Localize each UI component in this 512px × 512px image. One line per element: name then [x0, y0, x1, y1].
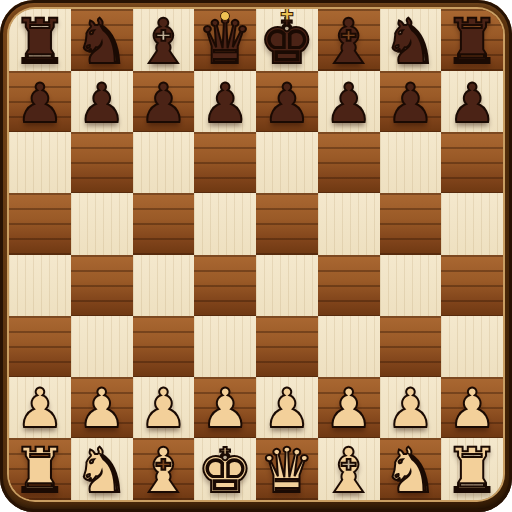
square-f8[interactable]: ♝	[318, 9, 380, 71]
square-f4[interactable]	[318, 255, 380, 316]
square-d5[interactable]	[194, 193, 256, 254]
square-c5[interactable]	[133, 193, 195, 254]
black-bishop[interactable]: ♝	[321, 11, 377, 73]
square-e5[interactable]	[256, 193, 318, 254]
square-f6[interactable]	[318, 132, 380, 193]
square-b6[interactable]	[71, 132, 133, 193]
square-a6[interactable]	[9, 132, 71, 193]
square-h1[interactable]: ♜	[441, 438, 503, 500]
square-f2[interactable]: ♟	[318, 377, 380, 438]
square-g8[interactable]: ♞	[380, 9, 442, 71]
square-g6[interactable]	[380, 132, 442, 193]
square-c6[interactable]	[133, 132, 195, 193]
black-bishop[interactable]: ♝	[136, 11, 192, 73]
black-queen[interactable]: ♛	[197, 11, 253, 73]
black-pawn[interactable]: ♟	[386, 77, 434, 131]
square-b1[interactable]: ♞	[71, 438, 133, 500]
square-a1[interactable]: ♜	[9, 438, 71, 500]
square-h7[interactable]: ♟	[441, 71, 503, 132]
white-pawn[interactable]: ♟	[263, 382, 311, 436]
square-a3[interactable]	[9, 316, 71, 377]
square-e1[interactable]: ♛	[256, 438, 318, 500]
black-pawn[interactable]: ♟	[324, 77, 372, 131]
square-e8[interactable]: ♚✚	[256, 9, 318, 71]
square-a2[interactable]: ♟	[9, 377, 71, 438]
square-f5[interactable]	[318, 193, 380, 254]
square-f7[interactable]: ♟	[318, 71, 380, 132]
white-bishop[interactable]: ♝	[321, 440, 377, 500]
square-c2[interactable]: ♟	[133, 377, 195, 438]
square-h4[interactable]	[441, 255, 503, 316]
square-e2[interactable]: ♟	[256, 377, 318, 438]
square-g4[interactable]	[380, 255, 442, 316]
black-knight[interactable]: ♞	[383, 11, 439, 73]
square-c3[interactable]	[133, 316, 195, 377]
white-king[interactable]: ♚	[197, 440, 253, 500]
black-knight[interactable]: ♞	[74, 11, 130, 73]
black-pawn[interactable]: ♟	[139, 77, 187, 131]
square-g7[interactable]: ♟	[380, 71, 442, 132]
chess-app-window: ♜♞♝♛♚✚♝♞♜♟♟♟♟♟♟♟♟♟♟♟♟♟♟♟♟♜♞♝♚♛♝♞♜	[0, 0, 512, 512]
black-pawn[interactable]: ♟	[201, 77, 249, 131]
square-g1[interactable]: ♞	[380, 438, 442, 500]
square-a8[interactable]: ♜	[9, 9, 71, 71]
square-e4[interactable]	[256, 255, 318, 316]
square-g3[interactable]	[380, 316, 442, 377]
white-knight[interactable]: ♞	[74, 440, 130, 500]
square-h3[interactable]	[441, 316, 503, 377]
square-a7[interactable]: ♟	[9, 71, 71, 132]
square-e6[interactable]	[256, 132, 318, 193]
white-knight[interactable]: ♞	[383, 440, 439, 500]
square-h8[interactable]: ♜	[441, 9, 503, 71]
square-d8[interactable]: ♛	[194, 9, 256, 71]
square-d7[interactable]: ♟	[194, 71, 256, 132]
black-rook[interactable]: ♜	[444, 11, 500, 73]
white-rook[interactable]: ♜	[444, 440, 500, 500]
square-b2[interactable]: ♟	[71, 377, 133, 438]
square-b7[interactable]: ♟	[71, 71, 133, 132]
square-c4[interactable]	[133, 255, 195, 316]
square-a5[interactable]	[9, 193, 71, 254]
square-f3[interactable]	[318, 316, 380, 377]
white-pawn[interactable]: ♟	[201, 382, 249, 436]
white-pawn[interactable]: ♟	[324, 382, 372, 436]
white-pawn[interactable]: ♟	[16, 382, 64, 436]
white-queen[interactable]: ♛	[259, 440, 315, 500]
square-h5[interactable]	[441, 193, 503, 254]
square-d2[interactable]: ♟	[194, 377, 256, 438]
square-e7[interactable]: ♟	[256, 71, 318, 132]
square-c8[interactable]: ♝	[133, 9, 195, 71]
square-f1[interactable]: ♝	[318, 438, 380, 500]
square-d6[interactable]	[194, 132, 256, 193]
square-h6[interactable]	[441, 132, 503, 193]
black-pawn[interactable]: ♟	[448, 77, 496, 131]
black-pawn[interactable]: ♟	[263, 77, 311, 131]
white-bishop[interactable]: ♝	[136, 440, 192, 500]
black-pawn[interactable]: ♟	[77, 77, 125, 131]
square-a4[interactable]	[9, 255, 71, 316]
square-g5[interactable]	[380, 193, 442, 254]
square-b5[interactable]	[71, 193, 133, 254]
square-b3[interactable]	[71, 316, 133, 377]
black-king[interactable]: ♚	[259, 11, 315, 73]
square-c7[interactable]: ♟	[133, 71, 195, 132]
square-d1[interactable]: ♚	[194, 438, 256, 500]
square-g2[interactable]: ♟	[380, 377, 442, 438]
square-b4[interactable]	[71, 255, 133, 316]
square-e3[interactable]	[256, 316, 318, 377]
square-c1[interactable]: ♝	[133, 438, 195, 500]
white-pawn[interactable]: ♟	[448, 382, 496, 436]
white-pawn[interactable]: ♟	[139, 382, 187, 436]
square-d3[interactable]	[194, 316, 256, 377]
square-b8[interactable]: ♞	[71, 9, 133, 71]
black-rook[interactable]: ♜	[12, 11, 68, 73]
square-d4[interactable]	[194, 255, 256, 316]
black-pawn[interactable]: ♟	[16, 77, 64, 131]
white-pawn[interactable]: ♟	[386, 382, 434, 436]
square-h2[interactable]: ♟	[441, 377, 503, 438]
chess-board[interactable]: ♜♞♝♛♚✚♝♞♜♟♟♟♟♟♟♟♟♟♟♟♟♟♟♟♟♜♞♝♚♛♝♞♜	[9, 9, 503, 500]
white-rook[interactable]: ♜	[12, 440, 68, 500]
white-pawn[interactable]: ♟	[77, 382, 125, 436]
